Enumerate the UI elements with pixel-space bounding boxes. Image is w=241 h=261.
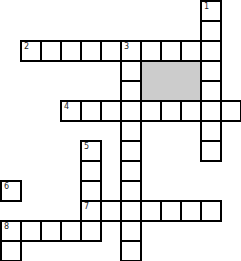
- cell-r12c5[interactable]: [80, 220, 102, 242]
- cell-r7c7[interactable]: [120, 120, 142, 142]
- cell-r10c7[interactable]: [120, 180, 142, 202]
- cell-r3c3[interactable]: [40, 40, 62, 62]
- cell-r7c11[interactable]: [200, 120, 222, 142]
- cell-r11c5[interactable]: 7: [80, 200, 102, 222]
- cell-r9c5[interactable]: [80, 160, 102, 182]
- crossword-board: 12345678: [0, 0, 241, 261]
- cell-r6c9[interactable]: [160, 100, 182, 122]
- cell-r5c11[interactable]: [200, 80, 222, 102]
- cell-r11c7[interactable]: [120, 200, 142, 222]
- clue-number-7: 7: [84, 202, 89, 211]
- cell-r8c7[interactable]: [120, 140, 142, 162]
- cell-r3c7[interactable]: 3: [120, 40, 142, 62]
- cell-r6c8[interactable]: [140, 100, 162, 122]
- cell-r5c7[interactable]: [120, 80, 142, 102]
- cell-r6c6[interactable]: [100, 100, 122, 122]
- cell-r3c5[interactable]: [80, 40, 102, 62]
- shaded-block: [140, 60, 202, 102]
- cell-r8c11[interactable]: [200, 140, 222, 162]
- cell-r11c11[interactable]: [200, 200, 222, 222]
- cell-r3c4[interactable]: [60, 40, 82, 62]
- cell-r3c11[interactable]: [200, 40, 222, 62]
- cell-r11c6[interactable]: [100, 200, 122, 222]
- cell-r6c11[interactable]: [200, 100, 222, 122]
- cell-r12c2[interactable]: [20, 220, 42, 242]
- cell-r8c5[interactable]: 5: [80, 140, 102, 162]
- clue-number-8: 8: [4, 222, 9, 231]
- cell-r3c10[interactable]: [180, 40, 202, 62]
- clue-number-2: 2: [24, 42, 29, 51]
- cell-r13c7[interactable]: [120, 240, 142, 261]
- cell-r12c7[interactable]: [120, 220, 142, 242]
- clue-number-3: 3: [124, 42, 129, 51]
- cell-r2c11[interactable]: [200, 20, 222, 42]
- cell-r12c1[interactable]: 8: [0, 220, 22, 242]
- cell-r4c11[interactable]: [200, 60, 222, 82]
- clue-number-6: 6: [4, 182, 9, 191]
- cell-r9c7[interactable]: [120, 160, 142, 182]
- clue-number-5: 5: [84, 142, 89, 151]
- cell-r1c11[interactable]: 1: [200, 0, 222, 22]
- cell-r6c7[interactable]: [120, 100, 142, 122]
- cell-r11c10[interactable]: [180, 200, 202, 222]
- cell-r3c8[interactable]: [140, 40, 162, 62]
- cell-r10c1[interactable]: 6: [0, 180, 22, 202]
- clue-number-1: 1: [204, 2, 209, 11]
- cell-r3c9[interactable]: [160, 40, 182, 62]
- cell-r4c7[interactable]: [120, 60, 142, 82]
- cell-r12c4[interactable]: [60, 220, 82, 242]
- cell-r12c3[interactable]: [40, 220, 62, 242]
- cell-r11c9[interactable]: [160, 200, 182, 222]
- cell-r10c5[interactable]: [80, 180, 102, 202]
- cell-r3c2[interactable]: 2: [20, 40, 42, 62]
- cell-r11c8[interactable]: [140, 200, 162, 222]
- crossword-page: 12345678: [0, 0, 241, 261]
- cell-r6c12[interactable]: [220, 100, 241, 122]
- cell-r6c4[interactable]: 4: [60, 100, 82, 122]
- cell-r6c5[interactable]: [80, 100, 102, 122]
- cell-r13c1[interactable]: [0, 240, 22, 261]
- cell-r6c10[interactable]: [180, 100, 202, 122]
- cell-r3c6[interactable]: [100, 40, 122, 62]
- clue-number-4: 4: [64, 102, 69, 111]
